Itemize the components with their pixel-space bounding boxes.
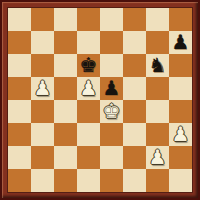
square-b2[interactable] xyxy=(31,146,54,169)
square-f2[interactable] xyxy=(123,146,146,169)
square-c8[interactable] xyxy=(54,8,77,31)
square-b8[interactable] xyxy=(31,8,54,31)
square-b4[interactable] xyxy=(31,100,54,123)
square-h7[interactable]: ♟ xyxy=(169,31,192,54)
square-f7[interactable] xyxy=(123,31,146,54)
square-e8[interactable] xyxy=(100,8,123,31)
square-h4[interactable] xyxy=(169,100,192,123)
square-g1[interactable] xyxy=(146,169,169,192)
square-d8[interactable] xyxy=(77,8,100,31)
square-e5[interactable]: ♟ xyxy=(100,77,123,100)
square-f6[interactable] xyxy=(123,54,146,77)
square-g5[interactable] xyxy=(146,77,169,100)
square-a1[interactable] xyxy=(8,169,31,192)
square-c6[interactable] xyxy=(54,54,77,77)
square-h8[interactable] xyxy=(169,8,192,31)
square-f4[interactable] xyxy=(123,100,146,123)
square-b7[interactable] xyxy=(31,31,54,54)
piece-white-pawn[interactable]: ♟ xyxy=(80,77,98,100)
square-b5[interactable]: ♟ xyxy=(31,77,54,100)
square-h2[interactable] xyxy=(169,146,192,169)
square-a2[interactable] xyxy=(8,146,31,169)
square-a7[interactable] xyxy=(8,31,31,54)
piece-white-pawn[interactable]: ♟ xyxy=(149,146,167,169)
square-a3[interactable] xyxy=(8,123,31,146)
chess-board: ♟♚♞♟♟♟♚♟♟ xyxy=(8,8,192,192)
piece-black-knight[interactable]: ♞ xyxy=(149,54,167,77)
square-a5[interactable] xyxy=(8,77,31,100)
square-c5[interactable] xyxy=(54,77,77,100)
piece-black-king[interactable]: ♚ xyxy=(80,54,98,77)
square-g8[interactable] xyxy=(146,8,169,31)
square-d3[interactable] xyxy=(77,123,100,146)
chess-board-inner-frame: ♟♚♞♟♟♟♚♟♟ xyxy=(2,2,198,198)
square-d2[interactable] xyxy=(77,146,100,169)
square-g6[interactable]: ♞ xyxy=(146,54,169,77)
piece-white-pawn[interactable]: ♟ xyxy=(172,123,190,146)
square-e6[interactable] xyxy=(100,54,123,77)
square-e2[interactable] xyxy=(100,146,123,169)
square-a4[interactable] xyxy=(8,100,31,123)
square-e1[interactable] xyxy=(100,169,123,192)
square-c4[interactable] xyxy=(54,100,77,123)
piece-black-pawn[interactable]: ♟ xyxy=(172,31,190,54)
square-h5[interactable] xyxy=(169,77,192,100)
square-g7[interactable] xyxy=(146,31,169,54)
square-b1[interactable] xyxy=(31,169,54,192)
square-b3[interactable] xyxy=(31,123,54,146)
square-h1[interactable] xyxy=(169,169,192,192)
square-a8[interactable] xyxy=(8,8,31,31)
square-c1[interactable] xyxy=(54,169,77,192)
square-d4[interactable] xyxy=(77,100,100,123)
square-g4[interactable] xyxy=(146,100,169,123)
square-d1[interactable] xyxy=(77,169,100,192)
square-f5[interactable] xyxy=(123,77,146,100)
square-f3[interactable] xyxy=(123,123,146,146)
square-d7[interactable] xyxy=(77,31,100,54)
square-f8[interactable] xyxy=(123,8,146,31)
square-g3[interactable] xyxy=(146,123,169,146)
square-c2[interactable] xyxy=(54,146,77,169)
square-e3[interactable] xyxy=(100,123,123,146)
square-d6[interactable]: ♚ xyxy=(77,54,100,77)
square-h6[interactable] xyxy=(169,54,192,77)
square-h3[interactable]: ♟ xyxy=(169,123,192,146)
square-e7[interactable] xyxy=(100,31,123,54)
square-g2[interactable]: ♟ xyxy=(146,146,169,169)
square-b6[interactable] xyxy=(31,54,54,77)
square-e4[interactable]: ♚ xyxy=(100,100,123,123)
square-c3[interactable] xyxy=(54,123,77,146)
square-f1[interactable] xyxy=(123,169,146,192)
chess-board-frame: ♟♚♞♟♟♟♚♟♟ xyxy=(0,0,200,200)
piece-white-pawn[interactable]: ♟ xyxy=(34,77,52,100)
square-d5[interactable]: ♟ xyxy=(77,77,100,100)
piece-black-pawn[interactable]: ♟ xyxy=(103,77,121,100)
piece-white-king[interactable]: ♚ xyxy=(103,100,121,123)
square-c7[interactable] xyxy=(54,31,77,54)
square-a6[interactable] xyxy=(8,54,31,77)
